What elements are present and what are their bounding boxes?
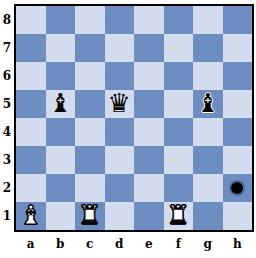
square-b7[interactable] (46, 34, 76, 62)
square-d2[interactable] (105, 174, 135, 202)
rank-label-2: 2 (0, 174, 14, 202)
rank-label-7: 7 (0, 34, 14, 62)
chess-board: ♝♛♝♝♜♜ (14, 4, 254, 232)
square-g4[interactable] (193, 118, 223, 146)
square-f5[interactable] (164, 90, 194, 118)
square-c7[interactable] (75, 34, 105, 62)
square-g7[interactable] (193, 34, 223, 62)
square-e4[interactable] (134, 118, 164, 146)
file-labels: abcdefgh (16, 232, 252, 256)
square-h2[interactable] (223, 174, 253, 202)
square-b3[interactable] (46, 146, 76, 174)
square-f2[interactable] (164, 174, 194, 202)
square-a2[interactable] (16, 174, 46, 202)
square-e7[interactable] (134, 34, 164, 62)
square-f6[interactable] (164, 62, 194, 90)
file-label-d: d (105, 232, 135, 256)
square-d8[interactable] (105, 6, 135, 34)
rank-label-6: 6 (0, 62, 14, 90)
rank-label-5: 5 (0, 90, 14, 118)
square-g2[interactable] (193, 174, 223, 202)
square-h1[interactable] (223, 202, 253, 230)
file-label-e: e (134, 232, 164, 256)
square-g6[interactable] (193, 62, 223, 90)
piece-black-queen[interactable]: ♛ (108, 89, 131, 117)
file-label-f: f (164, 232, 194, 256)
square-a4[interactable] (16, 118, 46, 146)
square-g8[interactable] (193, 6, 223, 34)
file-label-b: b (46, 232, 76, 256)
piece-black-bishop[interactable]: ♝ (49, 89, 72, 117)
piece-white-rook[interactable]: ♜ (78, 201, 101, 229)
square-h7[interactable] (223, 34, 253, 62)
square-c2[interactable] (75, 174, 105, 202)
square-d7[interactable] (105, 34, 135, 62)
square-b5[interactable]: ♝ (46, 90, 76, 118)
square-b4[interactable] (46, 118, 76, 146)
square-c8[interactable] (75, 6, 105, 34)
square-c6[interactable] (75, 62, 105, 90)
rank-label-1: 1 (0, 202, 14, 230)
square-c4[interactable] (75, 118, 105, 146)
square-a1[interactable]: ♝ (16, 202, 46, 230)
square-a8[interactable] (16, 6, 46, 34)
square-b6[interactable] (46, 62, 76, 90)
square-h5[interactable] (223, 90, 253, 118)
file-label-a: a (16, 232, 46, 256)
square-h6[interactable] (223, 62, 253, 90)
rank-label-8: 8 (0, 6, 14, 34)
square-c5[interactable] (75, 90, 105, 118)
square-e6[interactable] (134, 62, 164, 90)
rank-labels: 87654321 (0, 6, 14, 230)
chess-diagram: 87654321 ♝♛♝♝♜♜ abcdefgh (0, 0, 256, 258)
file-label-c: c (75, 232, 105, 256)
square-d1[interactable] (105, 202, 135, 230)
square-g1[interactable] (193, 202, 223, 230)
square-g3[interactable] (193, 146, 223, 174)
marker-dot (231, 182, 243, 194)
square-e2[interactable] (134, 174, 164, 202)
square-h4[interactable] (223, 118, 253, 146)
square-b1[interactable] (46, 202, 76, 230)
square-e1[interactable] (134, 202, 164, 230)
file-label-g: g (193, 232, 223, 256)
square-a7[interactable] (16, 34, 46, 62)
square-h8[interactable] (223, 6, 253, 34)
square-a6[interactable] (16, 62, 46, 90)
piece-white-bishop[interactable]: ♝ (19, 201, 42, 229)
piece-white-rook[interactable]: ♜ (167, 201, 190, 229)
square-c3[interactable] (75, 146, 105, 174)
square-d6[interactable] (105, 62, 135, 90)
square-d3[interactable] (105, 146, 135, 174)
square-d4[interactable] (105, 118, 135, 146)
file-label-h: h (223, 232, 253, 256)
square-f8[interactable] (164, 6, 194, 34)
square-h3[interactable] (223, 146, 253, 174)
square-g5[interactable]: ♝ (193, 90, 223, 118)
square-f1[interactable]: ♜ (164, 202, 194, 230)
square-a3[interactable] (16, 146, 46, 174)
square-f3[interactable] (164, 146, 194, 174)
piece-black-bishop[interactable]: ♝ (196, 89, 219, 117)
square-b2[interactable] (46, 174, 76, 202)
square-f7[interactable] (164, 34, 194, 62)
rank-label-3: 3 (0, 146, 14, 174)
square-b8[interactable] (46, 6, 76, 34)
square-c1[interactable]: ♜ (75, 202, 105, 230)
square-e8[interactable] (134, 6, 164, 34)
square-f4[interactable] (164, 118, 194, 146)
square-e3[interactable] (134, 146, 164, 174)
square-d5[interactable]: ♛ (105, 90, 135, 118)
square-e5[interactable] (134, 90, 164, 118)
square-a5[interactable] (16, 90, 46, 118)
rank-label-4: 4 (0, 118, 14, 146)
